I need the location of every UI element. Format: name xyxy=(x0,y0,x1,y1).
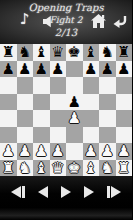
piece-white-pawn: ♟ xyxy=(2,143,15,159)
square-f4[interactable] xyxy=(83,110,100,127)
step-forward-button[interactable] xyxy=(84,185,94,198)
jump-to-end-button[interactable] xyxy=(107,185,121,198)
square-f7[interactable]: ♟ xyxy=(83,61,100,78)
square-c7[interactable]: ♟ xyxy=(33,61,50,78)
square-a1[interactable]: ♜ xyxy=(0,160,17,177)
square-d6[interactable] xyxy=(50,77,67,94)
square-b5[interactable] xyxy=(17,94,34,111)
speaker-icon[interactable] xyxy=(42,15,55,28)
square-e4[interactable]: ♟ xyxy=(66,110,83,127)
piece-white-rook: ♜ xyxy=(117,160,130,176)
square-c5[interactable] xyxy=(33,94,50,111)
square-c1[interactable]: ♝ xyxy=(33,160,50,177)
piece-black-knight: ♞ xyxy=(18,44,31,60)
square-f3[interactable] xyxy=(83,127,100,144)
piece-black-pawn: ♟ xyxy=(68,94,81,110)
square-c4[interactable] xyxy=(33,110,50,127)
square-f6[interactable] xyxy=(83,77,100,94)
square-c6[interactable] xyxy=(33,77,50,94)
piece-white-pawn: ♟ xyxy=(18,143,31,159)
square-a8[interactable]: ♜ xyxy=(0,44,17,61)
square-f5[interactable] xyxy=(83,94,100,111)
piece-black-pawn: ♟ xyxy=(51,61,64,77)
square-e7[interactable] xyxy=(66,61,83,78)
piece-black-pawn: ♟ xyxy=(18,61,31,77)
piece-white-bishop: ♝ xyxy=(84,160,97,176)
square-c2[interactable]: ♟ xyxy=(33,143,50,160)
square-e2[interactable] xyxy=(66,143,83,160)
square-d7[interactable]: ♟ xyxy=(50,61,67,78)
piece-white-rook: ♜ xyxy=(2,160,15,176)
play-button[interactable] xyxy=(61,185,71,198)
square-e5[interactable]: ♟ xyxy=(66,94,83,111)
square-h8[interactable]: ♜ xyxy=(116,44,133,61)
piece-white-pawn: ♟ xyxy=(101,143,114,159)
square-g7[interactable]: ♟ xyxy=(99,61,116,78)
bar-icon xyxy=(107,186,110,198)
piece-black-bishop: ♝ xyxy=(84,44,97,60)
piece-black-pawn: ♟ xyxy=(2,61,15,77)
square-d4[interactable] xyxy=(50,110,67,127)
playback-toolbar xyxy=(0,176,132,220)
square-e6[interactable] xyxy=(66,77,83,94)
square-b1[interactable]: ♞ xyxy=(17,160,34,177)
triangle-right-icon xyxy=(84,186,94,198)
square-f8[interactable]: ♝ xyxy=(83,44,100,61)
square-d5[interactable] xyxy=(50,94,67,111)
piece-white-pawn: ♟ xyxy=(117,143,130,159)
square-f2[interactable]: ♟ xyxy=(83,143,100,160)
chess-board: ♜♞♝♛♚♝♞♜♟♟♟♟♟♟♟♟♟♟♟♟♟♟♟♟♜♞♝♛♚♝♞♜ xyxy=(0,44,132,176)
piece-black-queen: ♛ xyxy=(51,44,64,60)
piece-white-pawn: ♟ xyxy=(68,110,81,126)
square-a5[interactable] xyxy=(0,94,17,111)
bar-icon xyxy=(22,186,25,198)
piece-black-rook: ♜ xyxy=(117,44,130,60)
square-g6[interactable] xyxy=(99,77,116,94)
piece-black-rook: ♜ xyxy=(2,44,15,60)
jump-to-start-button[interactable] xyxy=(11,185,25,198)
square-b6[interactable] xyxy=(17,77,34,94)
piece-black-pawn: ♟ xyxy=(35,61,48,77)
piece-white-knight: ♞ xyxy=(18,160,31,176)
square-g8[interactable]: ♞ xyxy=(99,44,116,61)
square-b4[interactable] xyxy=(17,110,34,127)
square-e8[interactable]: ♚ xyxy=(66,44,83,61)
square-b2[interactable]: ♟ xyxy=(17,143,34,160)
square-d2[interactable]: ♟ xyxy=(50,143,67,160)
square-g1[interactable]: ♞ xyxy=(99,160,116,177)
square-b7[interactable]: ♟ xyxy=(17,61,34,78)
square-a7[interactable]: ♟ xyxy=(0,61,17,78)
square-d1[interactable]: ♛ xyxy=(50,160,67,177)
piece-white-pawn: ♟ xyxy=(84,143,97,159)
triangle-left-icon xyxy=(11,186,21,198)
square-g2[interactable]: ♟ xyxy=(99,143,116,160)
square-b3[interactable] xyxy=(17,127,34,144)
square-g4[interactable] xyxy=(99,110,116,127)
top-toolbar: ♪ Opening Traps Fight 2 2/13 xyxy=(0,0,132,45)
square-e1[interactable]: ♚ xyxy=(66,160,83,177)
app-screen: ♪ Opening Traps Fight 2 2/13 ♜♞♝♛♚♝♞♜♟♟♟… xyxy=(0,0,132,220)
triangle-left-icon xyxy=(38,186,48,198)
square-g5[interactable] xyxy=(99,94,116,111)
square-g3[interactable] xyxy=(99,127,116,144)
piece-black-knight: ♞ xyxy=(101,44,114,60)
square-h5[interactable] xyxy=(116,94,133,111)
square-h1[interactable]: ♜ xyxy=(116,160,133,177)
square-a4[interactable] xyxy=(0,110,17,127)
piece-black-bishop: ♝ xyxy=(35,44,48,60)
piece-white-pawn: ♟ xyxy=(35,143,48,159)
piece-black-pawn: ♟ xyxy=(101,61,114,77)
square-a6[interactable] xyxy=(0,77,17,94)
home-icon[interactable] xyxy=(91,14,106,28)
piece-black-pawn: ♟ xyxy=(117,61,130,77)
square-h2[interactable]: ♟ xyxy=(116,143,133,160)
square-h7[interactable]: ♟ xyxy=(116,61,133,78)
square-h6[interactable] xyxy=(116,77,133,94)
piece-white-pawn: ♟ xyxy=(51,143,64,159)
triangle-right-icon xyxy=(111,186,121,198)
piece-black-king: ♚ xyxy=(68,44,81,60)
square-d3[interactable] xyxy=(50,127,67,144)
square-d8[interactable]: ♛ xyxy=(50,44,67,61)
square-c8[interactable]: ♝ xyxy=(33,44,50,61)
square-a2[interactable]: ♟ xyxy=(0,143,17,160)
piece-white-bishop: ♝ xyxy=(35,160,48,176)
triangle-right-icon xyxy=(61,186,71,198)
square-h4[interactable] xyxy=(116,110,133,127)
piece-white-king: ♚ xyxy=(68,160,81,176)
music-note-icon[interactable]: ♪ xyxy=(20,12,30,27)
piece-white-knight: ♞ xyxy=(101,160,114,176)
step-back-button[interactable] xyxy=(38,185,48,198)
square-f1[interactable]: ♝ xyxy=(83,160,100,177)
return-arrow-icon[interactable] xyxy=(112,14,127,28)
square-c3[interactable] xyxy=(33,127,50,144)
piece-black-pawn: ♟ xyxy=(84,61,97,77)
square-e3[interactable] xyxy=(66,127,83,144)
piece-white-queen: ♛ xyxy=(51,160,64,176)
square-a3[interactable] xyxy=(0,127,17,144)
square-b8[interactable]: ♞ xyxy=(17,44,34,61)
square-h3[interactable] xyxy=(116,127,133,144)
